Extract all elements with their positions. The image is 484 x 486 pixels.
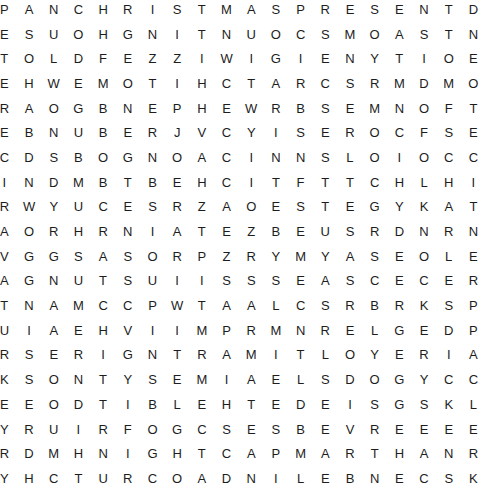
grid-cell[interactable]: M [387,71,412,96]
grid-cell[interactable]: T [362,441,387,466]
grid-cell[interactable]: I [436,343,461,368]
grid-cell[interactable]: I [165,71,190,96]
grid-cell[interactable]: E [115,46,140,71]
grid-cell[interactable]: A [239,441,264,466]
grid-cell[interactable]: E [264,392,289,417]
grid-cell[interactable]: E [387,343,412,368]
grid-cell[interactable]: E [165,170,190,195]
grid-cell[interactable]: H [91,22,116,47]
grid-cell[interactable]: E [313,417,338,442]
grid-cell[interactable]: E [140,96,165,121]
grid-cell[interactable]: H [165,441,190,466]
grid-cell[interactable]: A [313,269,338,294]
grid-cell[interactable]: H [387,170,412,195]
grid-cell[interactable]: R [0,343,17,368]
grid-cell[interactable]: S [214,269,239,294]
grid-cell[interactable]: E [338,0,363,22]
grid-cell[interactable]: P [288,0,313,22]
grid-cell[interactable]: S [436,120,461,145]
grid-cell[interactable]: N [264,145,289,170]
grid-cell[interactable]: E [412,318,437,343]
grid-cell[interactable]: Y [239,120,264,145]
grid-cell[interactable]: D [288,392,313,417]
grid-cell[interactable]: O [412,96,437,121]
grid-cell[interactable]: S [412,22,437,47]
grid-cell[interactable]: W [165,293,190,318]
grid-cell[interactable]: C [0,145,17,170]
grid-cell[interactable]: S [313,22,338,47]
grid-cell[interactable]: T [239,392,264,417]
grid-cell[interactable]: S [115,244,140,269]
grid-cell[interactable]: U [41,417,66,442]
grid-cell[interactable]: O [17,219,42,244]
grid-cell[interactable]: I [412,46,437,71]
grid-cell[interactable]: C [436,367,461,392]
grid-cell[interactable]: S [140,367,165,392]
grid-cell[interactable]: A [412,441,437,466]
grid-cell[interactable]: A [41,318,66,343]
grid-cell[interactable]: S [436,293,461,318]
grid-cell[interactable]: I [264,120,289,145]
grid-cell[interactable]: E [338,195,363,220]
grid-cell[interactable]: Y [387,195,412,220]
grid-cell[interactable]: A [214,293,239,318]
grid-cell[interactable]: I [239,170,264,195]
grid-cell[interactable]: E [115,120,140,145]
grid-cell[interactable]: C [288,22,313,47]
grid-cell[interactable]: N [288,318,313,343]
grid-cell[interactable]: P [0,0,17,22]
grid-cell[interactable]: T [190,22,215,47]
grid-cell[interactable]: A [91,244,116,269]
grid-cell[interactable]: O [140,244,165,269]
grid-cell[interactable]: R [66,343,91,368]
grid-cell[interactable]: C [115,293,140,318]
grid-cell[interactable]: R [0,441,17,466]
grid-cell[interactable]: B [17,120,42,145]
grid-cell[interactable]: N [66,367,91,392]
grid-cell[interactable]: N [362,466,387,486]
grid-cell[interactable]: T [140,71,165,96]
grid-cell[interactable]: I [264,343,289,368]
grid-cell[interactable]: C [362,269,387,294]
grid-cell[interactable]: L [338,145,363,170]
grid-cell[interactable]: B [91,120,116,145]
grid-cell[interactable]: E [0,392,17,417]
grid-cell[interactable]: D [66,392,91,417]
grid-cell[interactable]: C [412,466,437,486]
grid-cell[interactable]: B [264,219,289,244]
grid-cell[interactable]: A [214,343,239,368]
grid-cell[interactable]: L [264,293,289,318]
grid-cell[interactable]: E [313,392,338,417]
grid-cell[interactable]: H [387,441,412,466]
grid-cell[interactable]: L [288,466,313,486]
grid-cell[interactable]: I [239,46,264,71]
grid-cell[interactable]: C [214,145,239,170]
grid-cell[interactable]: R [461,269,484,294]
grid-cell[interactable]: H [91,318,116,343]
grid-cell[interactable]: N [91,441,116,466]
grid-cell[interactable]: N [239,466,264,486]
grid-cell[interactable]: E [436,269,461,294]
grid-cell[interactable]: L [461,392,484,417]
grid-cell[interactable]: Y [362,343,387,368]
grid-cell[interactable]: V [190,120,215,145]
grid-cell[interactable]: R [387,293,412,318]
grid-cell[interactable]: T [436,22,461,47]
grid-cell[interactable]: S [288,195,313,220]
grid-cell[interactable]: I [214,367,239,392]
grid-cell[interactable]: N [41,0,66,22]
grid-cell[interactable]: V [0,244,17,269]
grid-cell[interactable]: R [190,343,215,368]
grid-cell[interactable]: C [313,71,338,96]
grid-cell[interactable]: A [239,367,264,392]
grid-cell[interactable]: R [0,96,17,121]
grid-cell[interactable]: G [165,417,190,442]
grid-cell[interactable]: N [41,120,66,145]
grid-cell[interactable]: E [264,367,289,392]
grid-cell[interactable]: T [461,96,484,121]
grid-cell[interactable]: E [0,71,17,96]
grid-cell[interactable]: B [91,170,116,195]
grid-cell[interactable]: E [461,46,484,71]
grid-cell[interactable]: R [313,318,338,343]
grid-cell[interactable]: I [165,318,190,343]
grid-cell[interactable]: E [387,417,412,442]
grid-cell[interactable]: I [338,392,363,417]
grid-cell[interactable]: E [387,0,412,22]
grid-cell[interactable]: C [190,417,215,442]
grid-cell[interactable]: S [264,0,289,22]
grid-cell[interactable]: M [41,441,66,466]
grid-cell[interactable]: U [0,318,17,343]
grid-cell[interactable]: G [362,195,387,220]
grid-cell[interactable]: T [91,367,116,392]
grid-cell[interactable]: Y [412,367,437,392]
grid-cell[interactable]: R [436,219,461,244]
grid-cell[interactable]: Z [140,46,165,71]
grid-cell[interactable]: E [338,96,363,121]
grid-cell[interactable]: S [264,417,289,442]
grid-cell[interactable]: I [0,170,17,195]
grid-cell[interactable]: P [264,441,289,466]
grid-cell[interactable]: T [190,0,215,22]
grid-cell[interactable]: E [387,269,412,294]
grid-cell[interactable]: Y [264,244,289,269]
grid-cell[interactable]: T [436,0,461,22]
grid-cell[interactable]: R [412,343,437,368]
grid-cell[interactable]: S [313,96,338,121]
grid-cell[interactable]: T [338,170,363,195]
grid-cell[interactable]: G [17,269,42,294]
grid-cell[interactable]: A [436,195,461,220]
grid-cell[interactable]: R [338,441,363,466]
grid-cell[interactable]: N [17,170,42,195]
grid-cell[interactable]: C [288,293,313,318]
grid-cell[interactable]: C [412,269,437,294]
grid-cell[interactable]: D [214,466,239,486]
grid-cell[interactable]: S [17,367,42,392]
grid-cell[interactable]: D [387,219,412,244]
grid-cell[interactable]: A [190,145,215,170]
grid-cell[interactable]: I [165,22,190,47]
grid-cell[interactable]: H [190,71,215,96]
grid-cell[interactable]: W [239,96,264,121]
grid-cell[interactable]: N [140,343,165,368]
grid-cell[interactable]: L [436,244,461,269]
grid-cell[interactable]: H [66,219,91,244]
grid-cell[interactable]: T [190,219,215,244]
grid-cell[interactable]: E [66,71,91,96]
grid-cell[interactable]: I [190,46,215,71]
grid-cell[interactable]: F [115,417,140,442]
grid-cell[interactable]: O [412,244,437,269]
grid-cell[interactable]: T [190,441,215,466]
grid-cell[interactable]: D [338,367,363,392]
grid-cell[interactable]: E [313,466,338,486]
grid-cell[interactable]: T [461,195,484,220]
grid-cell[interactable]: T [0,293,17,318]
grid-cell[interactable]: N [412,219,437,244]
grid-cell[interactable]: G [115,343,140,368]
grid-cell[interactable]: C [214,71,239,96]
grid-cell[interactable]: N [214,22,239,47]
grid-cell[interactable]: R [239,318,264,343]
grid-cell[interactable]: A [214,195,239,220]
grid-cell[interactable]: M [288,244,313,269]
grid-cell[interactable]: M [338,22,363,47]
grid-cell[interactable]: I [288,46,313,71]
grid-cell[interactable]: C [387,120,412,145]
grid-cell[interactable]: C [461,367,484,392]
grid-cell[interactable]: R [362,219,387,244]
grid-cell[interactable]: M [66,293,91,318]
grid-cell[interactable]: Z [239,219,264,244]
grid-cell[interactable]: D [17,441,42,466]
grid-cell[interactable]: U [66,120,91,145]
grid-cell[interactable]: E [214,219,239,244]
grid-cell[interactable]: A [461,343,484,368]
grid-cell[interactable]: M [214,0,239,22]
grid-cell[interactable]: M [288,441,313,466]
grid-cell[interactable]: K [436,392,461,417]
grid-cell[interactable]: A [0,219,17,244]
grid-cell[interactable]: T [313,170,338,195]
grid-cell[interactable]: E [461,244,484,269]
grid-cell[interactable]: O [165,145,190,170]
grid-cell[interactable]: O [66,22,91,47]
grid-cell[interactable]: S [338,219,363,244]
grid-cell[interactable]: E [66,318,91,343]
grid-cell[interactable]: O [412,145,437,170]
grid-cell[interactable]: C [41,466,66,486]
grid-cell[interactable]: R [115,466,140,486]
grid-cell[interactable]: M [66,170,91,195]
grid-cell[interactable]: I [140,318,165,343]
grid-cell[interactable]: I [165,269,190,294]
grid-cell[interactable]: J [165,120,190,145]
grid-cell[interactable]: O [91,145,116,170]
grid-cell[interactable]: W [41,71,66,96]
grid-cell[interactable]: R [140,120,165,145]
grid-cell[interactable]: M [264,318,289,343]
grid-cell[interactable]: M [190,318,215,343]
grid-cell[interactable]: B [91,96,116,121]
grid-cell[interactable]: R [165,244,190,269]
grid-cell[interactable]: O [115,71,140,96]
grid-cell[interactable]: O [362,120,387,145]
grid-cell[interactable]: B [140,170,165,195]
grid-cell[interactable]: E [288,219,313,244]
grid-cell[interactable]: P [165,96,190,121]
grid-cell[interactable]: S [313,145,338,170]
grid-cell[interactable]: R [362,417,387,442]
grid-cell[interactable]: Y [41,195,66,220]
grid-cell[interactable]: U [41,22,66,47]
grid-cell[interactable]: T [288,343,313,368]
grid-cell[interactable]: M [190,367,215,392]
grid-cell[interactable]: M [362,96,387,121]
grid-cell[interactable]: A [190,466,215,486]
grid-cell[interactable]: W [17,195,42,220]
grid-cell[interactable]: E [190,392,215,417]
grid-cell[interactable]: N [461,22,484,47]
grid-cell[interactable]: A [165,219,190,244]
grid-cell[interactable]: I [115,441,140,466]
grid-cell[interactable]: S [214,417,239,442]
grid-cell[interactable]: R [41,219,66,244]
grid-cell[interactable]: O [362,367,387,392]
grid-cell[interactable]: H [190,170,215,195]
grid-cell[interactable]: R [264,96,289,121]
grid-cell[interactable]: G [387,318,412,343]
grid-cell[interactable]: H [91,0,116,22]
grid-cell[interactable]: B [66,145,91,170]
grid-cell[interactable]: E [115,195,140,220]
grid-cell[interactable]: F [436,96,461,121]
grid-cell[interactable]: O [436,46,461,71]
grid-cell[interactable]: L [288,367,313,392]
grid-cell[interactable]: H [17,71,42,96]
grid-cell[interactable]: R [17,417,42,442]
grid-cell[interactable]: T [0,46,17,71]
grid-cell[interactable]: Y [0,417,17,442]
grid-cell[interactable]: F [412,120,437,145]
grid-cell[interactable]: S [288,120,313,145]
grid-cell[interactable]: G [115,22,140,47]
grid-cell[interactable]: D [461,0,484,22]
grid-cell[interactable]: S [264,269,289,294]
grid-cell[interactable]: U [140,269,165,294]
grid-cell[interactable]: R [313,0,338,22]
grid-cell[interactable]: N [387,96,412,121]
grid-cell[interactable]: B [288,417,313,442]
grid-cell[interactable]: C [214,441,239,466]
grid-cell[interactable]: R [338,120,363,145]
grid-cell[interactable]: N [461,219,484,244]
grid-cell[interactable]: R [91,219,116,244]
grid-cell[interactable]: A [0,269,17,294]
grid-cell[interactable]: U [91,466,116,486]
grid-cell[interactable]: S [17,22,42,47]
grid-cell[interactable]: F [91,46,116,71]
grid-cell[interactable]: Y [115,367,140,392]
grid-cell[interactable]: N [436,441,461,466]
grid-cell[interactable]: D [41,170,66,195]
grid-cell[interactable]: O [362,145,387,170]
grid-cell[interactable]: M [239,343,264,368]
grid-cell[interactable]: I [140,0,165,22]
grid-cell[interactable]: I [239,145,264,170]
grid-cell[interactable]: T [165,343,190,368]
grid-cell[interactable]: A [313,441,338,466]
grid-cell[interactable]: B [140,392,165,417]
grid-cell[interactable]: N [115,96,140,121]
grid-cell[interactable]: S [140,195,165,220]
grid-cell[interactable]: H [190,96,215,121]
grid-cell[interactable]: E [412,417,437,442]
grid-cell[interactable]: L [362,318,387,343]
grid-cell[interactable]: S [239,269,264,294]
grid-cell[interactable]: U [66,269,91,294]
grid-cell[interactable]: P [190,244,215,269]
grid-cell[interactable]: G [41,244,66,269]
grid-cell[interactable]: R [288,71,313,96]
grid-cell[interactable]: C [140,466,165,486]
grid-cell[interactable]: N [140,22,165,47]
grid-cell[interactable]: U [66,195,91,220]
grid-cell[interactable]: A [338,244,363,269]
grid-cell[interactable]: T [66,466,91,486]
grid-cell[interactable]: G [17,244,42,269]
grid-cell[interactable]: B [338,466,363,486]
grid-cell[interactable]: N [41,269,66,294]
grid-cell[interactable]: E [165,367,190,392]
grid-cell[interactable]: B [362,293,387,318]
grid-cell[interactable]: H [66,441,91,466]
grid-cell[interactable]: H [436,170,461,195]
grid-cell[interactable]: T [239,71,264,96]
grid-cell[interactable]: C [214,120,239,145]
grid-cell[interactable]: U [313,219,338,244]
grid-cell[interactable]: D [412,71,437,96]
grid-cell[interactable]: O [41,392,66,417]
grid-cell[interactable]: P [461,318,484,343]
grid-cell[interactable]: T [91,392,116,417]
grid-cell[interactable]: S [412,392,437,417]
grid-cell[interactable]: C [91,195,116,220]
grid-cell[interactable]: Z [165,46,190,71]
grid-cell[interactable]: O [17,46,42,71]
grid-cell[interactable]: S [362,392,387,417]
grid-cell[interactable]: S [436,466,461,486]
grid-cell[interactable]: R [362,71,387,96]
grid-cell[interactable]: S [338,71,363,96]
grid-cell[interactable]: N [288,145,313,170]
grid-cell[interactable]: I [264,466,289,486]
grid-cell[interactable]: R [461,441,484,466]
grid-cell[interactable]: E [313,46,338,71]
grid-cell[interactable]: P [140,293,165,318]
grid-cell[interactable]: C [461,145,484,170]
grid-cell[interactable]: O [165,466,190,486]
grid-cell[interactable]: B [288,96,313,121]
grid-cell[interactable]: D [436,318,461,343]
grid-cell[interactable]: N [115,219,140,244]
grid-cell[interactable]: E [461,120,484,145]
